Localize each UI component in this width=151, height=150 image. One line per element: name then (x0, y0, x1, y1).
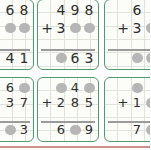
hidden-digit-blob (3, 122, 17, 137)
sum-row: 6 3 (40, 49, 96, 66)
blob-icon (146, 125, 151, 135)
blob-icon (146, 53, 151, 63)
plus-cell: + (116, 95, 130, 110)
sum-row: 6 9 (40, 122, 96, 137)
hidden-digit-blob (82, 80, 96, 95)
plus-cell: + (40, 19, 54, 37)
sum-row (116, 49, 150, 66)
hidden-digit-blob (17, 19, 31, 37)
addend1-row (116, 80, 150, 95)
addend2-row: + 2 8 5 (40, 95, 96, 110)
hidden-digit-blob (54, 49, 68, 66)
plus-cell: + (40, 95, 54, 110)
digit-cell: 3 (54, 19, 68, 37)
puzzle-card-bottom-right: + 1 7 (104, 77, 150, 142)
blob-icon (19, 23, 30, 33)
sum-line (0, 49, 30, 51)
spacer-row (40, 37, 96, 49)
empty-cell (116, 1, 130, 19)
digit-cell: 1 (130, 95, 144, 110)
digit-cell: 6 (130, 1, 144, 19)
addend2-row (0, 19, 31, 37)
sum-line (41, 49, 95, 51)
addend2-row: + 3 (40, 19, 96, 37)
hidden-digit-blob (130, 80, 144, 95)
addend1-row: 4 9 8 (40, 1, 96, 19)
hidden-digit-blob (144, 95, 150, 110)
digit-cell: 9 (82, 122, 96, 137)
addend1-row: 4 (40, 80, 96, 95)
spacer-row (0, 37, 31, 49)
digit-cell: 8 (17, 1, 31, 19)
hidden-digit-blob (144, 19, 150, 37)
puzzle-card-top-left: 6 8 4 1 (0, 0, 34, 70)
digit-cell: 3 (3, 95, 17, 110)
hidden-digit-blob (82, 19, 96, 37)
hidden-digit-blob (17, 80, 31, 95)
addend2-row: + 3 (116, 19, 150, 37)
puzzle-card-bottom-left: 6 3 7 3 (0, 77, 34, 142)
empty-cell (144, 80, 150, 95)
sum-row: 3 (0, 122, 31, 137)
worksheet-crop: 6 8 4 1 4 9 8 (0, 0, 150, 150)
digit-cell: 6 (68, 49, 82, 66)
addend1-row: 6 8 (0, 1, 31, 19)
page-bottom-rule (0, 146, 150, 148)
blob-icon (84, 83, 95, 93)
blob-icon (5, 23, 16, 33)
hidden-digit-blob (68, 122, 82, 137)
addend1-row: 6 (116, 1, 150, 19)
blob-icon (132, 83, 143, 93)
sum-row: 7 (116, 122, 150, 137)
addend1-row: 6 (0, 80, 31, 95)
digit-cell: 9 (68, 1, 82, 19)
sum-line (41, 121, 95, 123)
digit-cell: 7 (130, 122, 144, 137)
digit-cell: 2 (54, 95, 68, 110)
puzzle-card-bottom-middle: 4 + 2 8 5 6 9 (37, 77, 99, 142)
digit-cell: 4 (3, 49, 17, 66)
digit-cell: 4 (68, 80, 82, 95)
hidden-digit-blob (3, 19, 17, 37)
sum-line (108, 121, 150, 123)
digit-cell: 3 (17, 122, 31, 137)
hidden-digit-blob (54, 80, 68, 95)
empty-cell (40, 122, 54, 137)
sum-line (108, 49, 150, 51)
blob-icon (146, 23, 151, 33)
sum-line (0, 121, 30, 123)
empty-cell (144, 1, 150, 19)
sum-row: 4 1 (0, 49, 31, 66)
hidden-digit-blob (130, 49, 144, 66)
blob-icon (84, 23, 95, 33)
blob-icon (70, 23, 81, 33)
digit-cell: 5 (82, 95, 96, 110)
digit-cell: 6 (3, 80, 17, 95)
plus-cell: + (116, 19, 130, 37)
blob-icon (5, 125, 16, 135)
puzzle-card-top-right: 6 + 3 (104, 0, 150, 70)
digit-cell: 6 (54, 122, 68, 137)
blob-icon (56, 83, 67, 93)
hidden-digit-blob (144, 49, 150, 66)
empty-cell (40, 49, 54, 66)
digit-cell: 6 (3, 1, 17, 19)
digit-cell: 8 (68, 95, 82, 110)
digit-cell: 8 (82, 1, 96, 19)
blob-icon (19, 83, 30, 93)
puzzle-card-top-middle: 4 9 8 + 3 6 3 (37, 0, 99, 70)
empty-cell (40, 80, 54, 95)
addend2-row: + 1 (116, 95, 150, 110)
empty-cell (116, 122, 130, 137)
addend2-row: 3 7 (0, 95, 31, 110)
blob-icon (132, 53, 143, 63)
digit-cell: 3 (130, 19, 144, 37)
blob-icon (146, 98, 151, 108)
digit-cell: 3 (82, 49, 96, 66)
blob-icon (56, 53, 67, 63)
digit-cell: 1 (17, 49, 31, 66)
spacer-row (116, 37, 150, 49)
empty-cell (116, 80, 130, 95)
hidden-digit-blob (144, 122, 150, 137)
digit-cell: 7 (17, 95, 31, 110)
empty-cell (40, 1, 54, 19)
digit-cell: 4 (54, 1, 68, 19)
blob-icon (70, 125, 81, 135)
empty-cell (116, 49, 130, 66)
hidden-digit-blob (68, 19, 82, 37)
